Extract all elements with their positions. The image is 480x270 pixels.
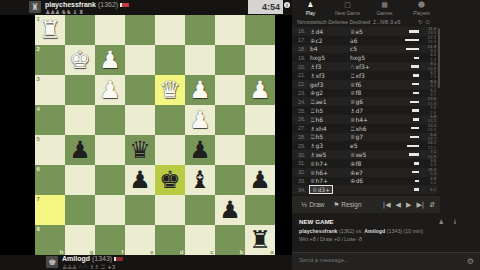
rank-label-7: 7 bbox=[37, 196, 40, 202]
opening-row-icons[interactable]: ↻ ⊙ bbox=[418, 18, 430, 25]
move-playback-controls: |◀◀▶▶|⇵ bbox=[383, 201, 435, 209]
move-white[interactable]: ♗d4 bbox=[310, 28, 350, 35]
file-label-h: h bbox=[60, 249, 64, 255]
square-d5[interactable] bbox=[155, 135, 185, 165]
square-g6[interactable] bbox=[65, 165, 95, 195]
white-pawn-f2[interactable]: ♟ bbox=[95, 45, 125, 75]
rank-label-6: 6 bbox=[37, 166, 40, 172]
square-h1[interactable]: 1♜ bbox=[35, 15, 65, 45]
move-white[interactable]: hxg5 bbox=[310, 54, 350, 61]
tab-new-game-icon: ▢ bbox=[329, 1, 366, 10]
move-white[interactable]: ♗xe5 bbox=[310, 151, 350, 158]
black-queen-e5[interactable]: ♛ bbox=[125, 135, 155, 165]
move-times: 4.83.4 bbox=[419, 177, 438, 186]
tab-new-game[interactable]: ▢New Game bbox=[329, 0, 366, 18]
tab-games[interactable]: ▦Games bbox=[366, 0, 403, 18]
move-black[interactable]: ♕h4+ bbox=[350, 116, 390, 123]
square-b8[interactable]: b bbox=[215, 225, 245, 255]
square-f5[interactable] bbox=[95, 135, 125, 165]
rank-label-4: 4 bbox=[37, 106, 40, 112]
square-a5[interactable] bbox=[245, 135, 275, 165]
move-black[interactable]: e5 bbox=[350, 142, 390, 149]
square-d7[interactable] bbox=[155, 195, 185, 225]
move-white[interactable]: ♕h6+ bbox=[310, 169, 350, 176]
move-row-30[interactable]: 30.♗xe5♕xe57.114.8 bbox=[292, 150, 438, 159]
bottom-player-bar: ♚ Amilogd (1343) ♙♙♙ ♘♘ ♗♗ ♖+3 ⊡ ⊙ 3:44 bbox=[0, 255, 292, 270]
chat-bar: ⚙ bbox=[292, 252, 480, 270]
move-number: 24. bbox=[298, 99, 310, 105]
top-player-captured-pieces: ♟♟♟ ♞♞ ♝ ♜ bbox=[45, 8, 83, 15]
white-queen-d3[interactable]: ♛ bbox=[155, 75, 185, 105]
move-row-21[interactable]: 21.♗xf3♖xf36.27.5 bbox=[292, 71, 438, 80]
move-black[interactable]: c5 bbox=[350, 45, 390, 52]
square-e1[interactable] bbox=[125, 15, 155, 45]
black-king-d6[interactable]: ♚ bbox=[155, 165, 185, 195]
move-white[interactable]: ♗f3 bbox=[310, 63, 350, 70]
file-label-d: d bbox=[180, 249, 184, 255]
new-game-stakes: Win +8 / Draw +0 / Lose -8 bbox=[299, 236, 474, 242]
black-pawn-c5[interactable]: ♟ bbox=[185, 135, 215, 165]
top-player-bar: ♜ playchessfrank (1362) ♟♟♟ ♞♞ ♝ ♜ 4:54 bbox=[0, 0, 292, 15]
move-number: 18. bbox=[298, 46, 310, 52]
square-g3[interactable] bbox=[65, 75, 95, 105]
jump-to-start-icon[interactable]: |◀ bbox=[383, 201, 391, 209]
move-black[interactable]: a6 bbox=[350, 37, 390, 44]
file-label-c: c bbox=[210, 249, 213, 255]
move-number: 30. bbox=[298, 152, 310, 158]
square-a8[interactable]: a♜ bbox=[245, 225, 275, 255]
square-e4[interactable] bbox=[125, 105, 155, 135]
top-player-rating: (1362) bbox=[98, 1, 118, 8]
resign-flag-icon: ⚑ bbox=[333, 201, 339, 209]
move-number: 23. bbox=[298, 90, 310, 96]
move-time-bar bbox=[411, 65, 419, 68]
move-number: 29. bbox=[298, 143, 310, 149]
tab-players-icon: ☻ bbox=[403, 1, 440, 10]
square-e5[interactable]: ♛ bbox=[125, 135, 155, 165]
square-a6[interactable]: ♟ bbox=[245, 165, 275, 195]
move-number: 34. bbox=[298, 187, 310, 193]
bottom-player-rating: (1343) bbox=[92, 255, 112, 262]
square-f8[interactable]: f bbox=[95, 225, 125, 255]
square-a3[interactable]: ♟ bbox=[245, 75, 275, 105]
resign-button[interactable]: ⚑Resign bbox=[333, 201, 361, 209]
tab-label: Games bbox=[366, 10, 403, 16]
move-list-scrollbar[interactable] bbox=[438, 28, 440, 88]
square-f2[interactable]: ♟ bbox=[95, 45, 125, 75]
move-white[interactable]: ♗xh4 bbox=[310, 125, 350, 132]
panel-tabs: ♟Play▢New Game▦Games☻Players bbox=[292, 0, 440, 18]
move-white[interactable]: ♖h5 bbox=[310, 133, 350, 140]
move-white[interactable]: ♗xf3 bbox=[310, 72, 350, 79]
move-row-25[interactable]: 25.♖h5♗d77.22.6 bbox=[292, 106, 438, 115]
tab-play[interactable]: ♟Play bbox=[292, 0, 329, 18]
move-row-34[interactable]: 34.♕d3+6.1 bbox=[292, 185, 438, 194]
black-pawn-g5[interactable]: ♟ bbox=[65, 135, 95, 165]
square-d8[interactable]: d bbox=[155, 225, 185, 255]
square-h3[interactable]: 3 bbox=[35, 75, 65, 105]
black-bishop-c6[interactable]: ♝ bbox=[185, 165, 215, 195]
new-game-matchup: playchessfrank (1362) vs. Amilogd (1343)… bbox=[299, 228, 474, 234]
square-b5[interactable] bbox=[215, 135, 245, 165]
top-player-avatar[interactable]: ♜ bbox=[29, 1, 41, 13]
move-row-33[interactable]: 33.♕h7+♔d64.83.4 bbox=[292, 177, 438, 186]
square-e2[interactable] bbox=[125, 45, 155, 75]
move-black[interactable]: ♕g6 bbox=[350, 98, 390, 105]
chess-board[interactable]: 1♜2♚♟3♟♛♟♟4♟5♟♛♟6♟♚♝♟7♟8hgfedcba♜ bbox=[35, 15, 275, 255]
move-black[interactable]: ♔d6 bbox=[350, 177, 390, 184]
top-player-name[interactable]: playchessfrank (1362) bbox=[45, 1, 129, 8]
move-row-17[interactable]: 17.♔c2a627.116.3 bbox=[292, 36, 438, 45]
white-clock: 4:54 bbox=[248, 0, 283, 14]
tab-label: Play bbox=[292, 10, 329, 16]
jump-to-end-icon[interactable]: ▶| bbox=[416, 201, 424, 209]
draw-button[interactable]: ½Draw bbox=[301, 201, 324, 209]
square-e3[interactable] bbox=[125, 75, 155, 105]
square-f4[interactable] bbox=[95, 105, 125, 135]
square-e8[interactable]: e bbox=[125, 225, 155, 255]
move-number: 22. bbox=[298, 81, 310, 87]
move-black[interactable]: ♕xe5 bbox=[350, 151, 390, 158]
move-time-bar bbox=[410, 101, 419, 104]
square-h4[interactable]: 4 bbox=[35, 105, 65, 135]
square-c7[interactable] bbox=[185, 195, 215, 225]
move-number: 28. bbox=[298, 134, 310, 140]
move-black[interactable]: ♖xf3 bbox=[350, 72, 390, 79]
move-number: 25. bbox=[298, 108, 310, 114]
square-f3[interactable]: ♟ bbox=[95, 75, 125, 105]
move-black[interactable]: ♕f6 bbox=[350, 81, 390, 88]
chat-message-input[interactable] bbox=[299, 257, 449, 263]
move-white[interactable]: ♔g2 bbox=[310, 89, 350, 96]
move-white[interactable]: ♕h7+ bbox=[310, 160, 350, 167]
move-row-24[interactable]: 24.♖ae1♕g613.621.8 bbox=[292, 97, 438, 106]
move-black[interactable]: ♘xf3+ bbox=[350, 63, 390, 70]
white-pawn-a3[interactable]: ♟ bbox=[245, 75, 275, 105]
move-white[interactable]: ♔c2 bbox=[310, 37, 350, 44]
move-row-28[interactable]: 28.♖h5♕g76.419.7 bbox=[292, 133, 438, 142]
square-b2[interactable] bbox=[215, 45, 245, 75]
move-row-29[interactable]: 29.♗g3e518.223.1 bbox=[292, 141, 438, 150]
square-h2[interactable]: 2 bbox=[35, 45, 65, 75]
move-white[interactable]: ♖h6 bbox=[310, 116, 350, 123]
move-black[interactable]: ♕f8 bbox=[350, 89, 390, 96]
move-black[interactable]: ♔e7 bbox=[350, 169, 390, 176]
square-h6[interactable]: 6 bbox=[35, 165, 65, 195]
square-e6[interactable]: ♟ bbox=[125, 165, 155, 195]
move-row-32[interactable]: 32.♕h6+♔e711.45.9 bbox=[292, 168, 438, 177]
move-time-bar bbox=[411, 127, 419, 130]
move-black[interactable]: ♗d7 bbox=[350, 107, 390, 114]
square-f7[interactable] bbox=[95, 195, 125, 225]
white-pawn-c3[interactable]: ♟ bbox=[185, 75, 215, 105]
rank-label-2: 2 bbox=[37, 46, 40, 52]
move-times: 6.1 bbox=[419, 188, 438, 192]
square-d4[interactable] bbox=[155, 105, 185, 135]
move-row-19[interactable]: 19.hxg5hxg54.11.3 bbox=[292, 53, 438, 62]
square-g5[interactable]: ♟ bbox=[65, 135, 95, 165]
move-time-bar bbox=[412, 109, 419, 112]
move-row-16[interactable]: 16.♗d4♕e511.429.3 bbox=[292, 27, 438, 36]
move-number: 33. bbox=[298, 178, 310, 184]
move-number: 16. bbox=[298, 28, 310, 34]
move-black[interactable]: ♖xh6 bbox=[350, 125, 390, 132]
game-action-bar: ½Draw ⚑Resign |◀◀▶▶|⇵ bbox=[292, 196, 440, 213]
opening-name: Nimzowitsch Defense Declined: 2...Nf6 3.… bbox=[297, 19, 415, 27]
move-white[interactable]: b4 bbox=[310, 45, 350, 52]
current-move-white[interactable]: ♕d3+ bbox=[310, 186, 332, 193]
flip-board-icon[interactable]: ⇵ bbox=[429, 201, 435, 209]
move-time-bar bbox=[409, 30, 419, 33]
rank-label-8: 8 bbox=[37, 226, 40, 232]
square-c6[interactable]: ♝ bbox=[185, 165, 215, 195]
move-white[interactable]: ♕h7+ bbox=[310, 177, 350, 184]
square-e7[interactable] bbox=[125, 195, 155, 225]
square-d1[interactable] bbox=[155, 15, 185, 45]
square-d3[interactable]: ♛ bbox=[155, 75, 185, 105]
move-time-bar bbox=[410, 136, 419, 139]
move-number: 19. bbox=[298, 55, 310, 61]
material-advantage: +3 bbox=[107, 264, 115, 270]
move-row-20[interactable]: 20.♗f3♘xf3+9.112.8 bbox=[292, 62, 438, 71]
chat-settings-gear-icon[interactable]: ⚙ bbox=[467, 257, 474, 266]
square-c3[interactable]: ♟ bbox=[185, 75, 215, 105]
bottom-player-flag-icon bbox=[114, 257, 123, 261]
file-label-b: b bbox=[240, 249, 244, 255]
white-rook-h1[interactable]: ♜ bbox=[35, 15, 65, 45]
tab-play-icon: ♟ bbox=[292, 1, 329, 10]
move-row-26[interactable]: 26.♖h6♕h4+5.814.2 bbox=[292, 115, 438, 124]
tab-players[interactable]: ☻Players bbox=[403, 0, 440, 18]
square-b7[interactable]: ♟ bbox=[215, 195, 245, 225]
square-c2[interactable] bbox=[185, 45, 215, 75]
move-number: 21. bbox=[298, 72, 310, 78]
rank-label-3: 3 bbox=[37, 76, 40, 82]
square-c5[interactable]: ♟ bbox=[185, 135, 215, 165]
square-a7[interactable] bbox=[245, 195, 275, 225]
move-list: 16.♗d4♕e511.429.317.♔c2a627.116.318.b4c5… bbox=[292, 27, 438, 194]
black-pawn-e6[interactable]: ♟ bbox=[125, 165, 155, 195]
file-label-g: g bbox=[90, 249, 94, 255]
bottom-player-name[interactable]: Amilogd (1343) bbox=[62, 255, 123, 262]
square-c8[interactable]: c bbox=[185, 225, 215, 255]
square-g8[interactable]: g bbox=[65, 225, 95, 255]
move-time-bar bbox=[406, 48, 419, 51]
move-number: 17. bbox=[298, 37, 310, 43]
next-move-icon[interactable]: ▶ bbox=[406, 201, 411, 209]
square-g4[interactable] bbox=[65, 105, 95, 135]
square-c4[interactable]: ♟ bbox=[185, 105, 215, 135]
square-c1[interactable] bbox=[185, 15, 215, 45]
square-b4[interactable] bbox=[215, 105, 245, 135]
tab-label: Players bbox=[403, 10, 440, 16]
square-f6[interactable] bbox=[95, 165, 125, 195]
top-player-flag-icon bbox=[120, 3, 129, 7]
move-number: 31. bbox=[298, 160, 310, 166]
square-a2[interactable] bbox=[245, 45, 275, 75]
square-b1[interactable] bbox=[215, 15, 245, 45]
move-number: 20. bbox=[298, 64, 310, 70]
sidebar-panel: i ♟Play▢New Game▦Games☻Players Nimzowits… bbox=[292, 0, 480, 270]
black-rook-a8[interactable]: ♜ bbox=[245, 225, 275, 255]
chess-app-window: ♜ playchessfrank (1362) ♟♟♟ ♞♞ ♝ ♜ 4:54 … bbox=[0, 0, 480, 270]
square-h5[interactable]: 5 bbox=[35, 135, 65, 165]
tab-games-icon: ▦ bbox=[366, 1, 403, 10]
square-g1[interactable] bbox=[65, 15, 95, 45]
new-game-icons[interactable]: ♟ ℹ bbox=[438, 218, 460, 225]
move-row-31[interactable]: 31.♕h7+♔f83.66.3 bbox=[292, 159, 438, 168]
move-time-bar bbox=[412, 83, 419, 86]
move-number: 27. bbox=[298, 125, 310, 131]
move-number: 26. bbox=[298, 116, 310, 122]
move-row-27[interactable]: 27.♗xh4♖xh610.324.6 bbox=[292, 124, 438, 133]
square-b3[interactable] bbox=[215, 75, 245, 105]
bottom-player-avatar[interactable]: ♚ bbox=[46, 256, 58, 268]
square-h8[interactable]: 8h bbox=[35, 225, 65, 255]
square-b6[interactable] bbox=[215, 165, 245, 195]
square-f1[interactable] bbox=[95, 15, 125, 45]
move-black[interactable]: ♕e5 bbox=[350, 28, 390, 35]
move-time-bar bbox=[409, 153, 419, 156]
half-point-icon: ½ bbox=[301, 201, 307, 209]
move-row-22[interactable]: 22.gxf3♕f68.43.2 bbox=[292, 80, 438, 89]
move-number: 32. bbox=[298, 169, 310, 175]
white-pawn-c4[interactable]: ♟ bbox=[185, 105, 215, 135]
black-pawn-b7[interactable]: ♟ bbox=[215, 195, 245, 225]
move-row-18[interactable]: 18.b4c521.95.2 bbox=[292, 45, 438, 54]
info-dot-icon[interactable]: i bbox=[284, 2, 290, 8]
file-label-f: f bbox=[122, 249, 124, 255]
file-label-e: e bbox=[150, 249, 153, 255]
rank-label-5: 5 bbox=[37, 136, 40, 142]
previous-move-icon[interactable]: ◀ bbox=[396, 201, 401, 209]
move-row-23[interactable]: 23.♔g2♕f85.19.7 bbox=[292, 89, 438, 98]
move-white[interactable]: ♖ae1 bbox=[310, 98, 350, 105]
move-time-bar bbox=[407, 145, 419, 148]
white-pawn-f3[interactable]: ♟ bbox=[95, 75, 125, 105]
tab-label: New Game bbox=[329, 10, 366, 16]
move-white[interactable]: gxf3 bbox=[310, 81, 350, 88]
square-d2[interactable] bbox=[155, 45, 185, 75]
move-time-bar bbox=[412, 171, 419, 174]
bottom-player-captured-pieces: ♙♙♙ ♘♘ ♗♗ ♖+3 bbox=[62, 263, 115, 270]
move-black[interactable]: ♔f8 bbox=[350, 160, 390, 167]
move-time-bar bbox=[405, 39, 419, 42]
square-g7[interactable] bbox=[65, 195, 95, 225]
square-g2[interactable]: ♚ bbox=[65, 45, 95, 75]
white-king-g2[interactable]: ♚ bbox=[65, 45, 95, 75]
square-a4[interactable] bbox=[245, 105, 275, 135]
new-game-section: NEW GAME ♟ ℹ playchessfrank (1362) vs. A… bbox=[299, 218, 474, 242]
move-black[interactable]: hxg5 bbox=[350, 54, 390, 61]
black-pawn-a6[interactable]: ♟ bbox=[245, 165, 275, 195]
move-black[interactable]: ♕g7 bbox=[350, 133, 390, 140]
square-h7[interactable]: 7 bbox=[35, 195, 65, 225]
square-d6[interactable]: ♚ bbox=[155, 165, 185, 195]
square-a1[interactable] bbox=[245, 15, 275, 45]
move-white[interactable]: ♖h5 bbox=[310, 107, 350, 114]
move-white[interactable]: ♗g3 bbox=[310, 142, 350, 149]
